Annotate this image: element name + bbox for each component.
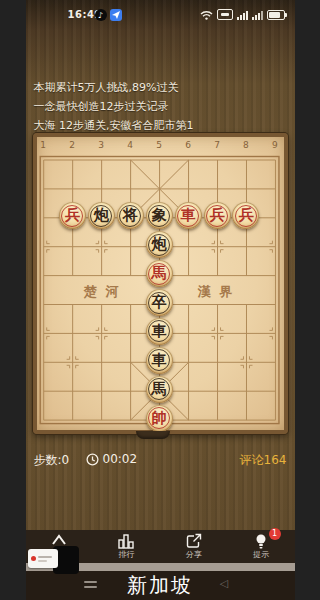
piece-glyph: 象 xyxy=(152,208,167,223)
chevron-up-icon xyxy=(49,532,69,546)
xiangqi-board[interactable]: 123456789 楚河 漢界 兵炮将象車兵兵炮馬卒車車馬帥 xyxy=(33,133,288,434)
piece-black-将[interactable]: 将 xyxy=(117,202,144,229)
wifi-icon xyxy=(200,10,213,20)
piece-black-車[interactable]: 車 xyxy=(146,347,173,374)
nav-item-ranking[interactable]: 排行 xyxy=(93,530,160,563)
nav-item-hint[interactable]: 1 提示 xyxy=(227,530,294,563)
board-inner: 123456789 楚河 漢界 兵炮将象車兵兵炮馬卒車車馬帥 xyxy=(37,137,284,430)
nav-item-share[interactable]: 分享 xyxy=(160,530,227,563)
floating-widget[interactable] xyxy=(28,549,58,568)
piece-black-炮[interactable]: 炮 xyxy=(88,202,115,229)
record-line: 一念最快创造12步过关记录 xyxy=(34,97,291,116)
piece-glyph: 帥 xyxy=(152,411,167,426)
widget-text-line xyxy=(38,556,52,558)
blue-app-notification-icon xyxy=(110,9,122,21)
screen: 16:49 ♪ 本期累计5万人挑战,89%过关 一念最快创造12步过关记录 大海… xyxy=(26,0,295,600)
share-icon xyxy=(184,532,204,550)
piece-red-帥[interactable]: 帥 xyxy=(146,405,173,432)
sim-badge-icon xyxy=(217,9,233,20)
stats-row: 步数:0 00:02 评论164 xyxy=(26,450,295,470)
column-label-2: 2 xyxy=(66,140,78,150)
nav-label-hint: 提示 xyxy=(253,550,269,560)
status-icons-right xyxy=(200,9,285,20)
piece-red-兵[interactable]: 兵 xyxy=(59,202,86,229)
timer-value: 00:02 xyxy=(103,452,138,466)
menu-lines-icon[interactable] xyxy=(84,581,97,591)
column-label-6: 6 xyxy=(182,140,194,150)
timer: 00:02 xyxy=(86,452,138,466)
column-label-1: 1 xyxy=(37,140,49,150)
lightbulb-icon xyxy=(251,532,271,550)
piece-glyph: 炮 xyxy=(152,237,167,252)
piece-red-馬[interactable]: 馬 xyxy=(146,260,173,287)
piece-red-兵[interactable]: 兵 xyxy=(204,202,231,229)
column-label-5: 5 xyxy=(153,140,165,150)
battery-icon xyxy=(267,10,285,20)
board-notch xyxy=(136,431,170,439)
step-counter: 步数:0 xyxy=(34,452,70,469)
column-label-8: 8 xyxy=(240,140,252,150)
piece-glyph: 将 xyxy=(123,208,138,223)
widget-text-line2 xyxy=(38,560,47,562)
nav-label-ranking: 排行 xyxy=(118,550,134,560)
piece-glyph: 馬 xyxy=(152,382,167,397)
river-text-right: 漢界 xyxy=(198,283,242,301)
piece-black-車[interactable]: 車 xyxy=(146,318,173,345)
signal-bars-icon-2 xyxy=(252,10,263,20)
bar-chart-icon xyxy=(116,532,136,550)
piece-glyph: 車 xyxy=(181,208,196,223)
piece-glyph: 車 xyxy=(152,324,167,339)
piece-glyph: 卒 xyxy=(152,295,167,310)
comments-link[interactable]: 评论164 xyxy=(240,452,287,469)
piece-red-車[interactable]: 車 xyxy=(175,202,202,229)
column-label-9: 9 xyxy=(269,140,281,150)
status-bar: 16:49 ♪ xyxy=(26,6,295,24)
challenge-stats-line: 本期累计5万人挑战,89%过关 xyxy=(34,78,291,97)
nav-label-share: 分享 xyxy=(186,550,202,560)
clock-icon xyxy=(86,453,99,466)
piece-glyph: 兵 xyxy=(210,208,225,223)
signal-bars-icon-1 xyxy=(237,10,248,20)
paper-plane-icon xyxy=(112,11,120,19)
piece-black-炮[interactable]: 炮 xyxy=(146,231,173,258)
piece-glyph: 炮 xyxy=(94,208,109,223)
tiktok-notification-icon: ♪ xyxy=(95,9,107,21)
piece-glyph: 車 xyxy=(152,353,167,368)
piece-glyph: 兵 xyxy=(238,208,253,223)
back-triangle-icon[interactable]: ◁ xyxy=(220,577,228,590)
piece-black-卒[interactable]: 卒 xyxy=(146,289,173,316)
river-text-left: 楚河 xyxy=(84,283,128,301)
widget-logo-dot xyxy=(31,556,36,561)
column-label-4: 4 xyxy=(124,140,136,150)
hint-badge: 1 xyxy=(269,528,281,540)
piece-black-馬[interactable]: 馬 xyxy=(146,376,173,403)
piece-glyph: 馬 xyxy=(152,266,167,281)
column-label-7: 7 xyxy=(211,140,223,150)
piece-black-象[interactable]: 象 xyxy=(146,202,173,229)
column-label-3: 3 xyxy=(95,140,107,150)
piece-glyph: 兵 xyxy=(65,208,80,223)
challenge-info: 本期累计5万人挑战,89%过关 一念最快创造12步过关记录 大海 12步通关,安… xyxy=(34,78,291,135)
caption-text: 新加坡 xyxy=(26,571,295,600)
